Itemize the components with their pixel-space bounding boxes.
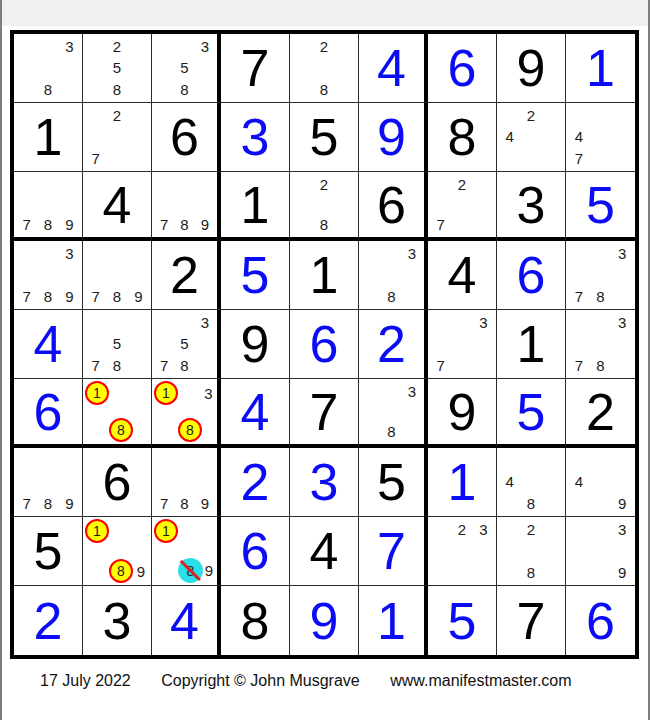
cell-r6c2[interactable]: 18	[83, 379, 152, 448]
candidate-7: 7	[91, 151, 99, 166]
cell-r5c3[interactable]: 3578	[152, 310, 221, 379]
candidate-5: 5	[180, 60, 188, 75]
solved-digit: 6	[586, 595, 615, 647]
sudoku-board: 3825835872846911276359824477894789128627…	[10, 30, 639, 659]
candidate-3: 3	[201, 39, 209, 54]
given-digit: 1	[34, 111, 63, 163]
candidate-3: 3	[479, 315, 487, 330]
solved-digit: 2	[377, 318, 406, 370]
cell-r6c6[interactable]: 38	[359, 379, 428, 448]
candidate-4: 4	[575, 474, 583, 489]
cell-r8c9[interactable]: 39	[566, 517, 635, 586]
solved-digit: 1	[586, 42, 615, 94]
candidate-7: 7	[22, 496, 30, 511]
cell-r9c1[interactable]: 2	[14, 586, 83, 655]
candidate-8: 8	[44, 217, 52, 232]
solved-digit: 4	[34, 318, 63, 370]
solved-digit: 3	[310, 456, 339, 508]
given-digit: 8	[448, 111, 477, 163]
solved-digit: 9	[377, 111, 406, 163]
solved-digit: 6	[517, 249, 546, 301]
cell-r6c4[interactable]: 4	[221, 379, 290, 448]
cell-r8c4[interactable]: 6	[221, 517, 290, 586]
candidate-7: 7	[436, 217, 444, 232]
cell-r2c8[interactable]: 24	[497, 103, 566, 172]
given-digit: 6	[377, 179, 406, 231]
candidate-9: 9	[137, 564, 145, 579]
solved-digit: 6	[448, 42, 477, 94]
cell-r3c3[interactable]: 789	[152, 172, 221, 241]
cell-r7c1[interactable]: 789	[14, 448, 83, 517]
candidate-8: 8	[180, 217, 188, 232]
given-digit: 9	[448, 386, 477, 438]
candidate-9: 9	[65, 289, 73, 304]
cell-r1c1[interactable]: 38	[14, 34, 83, 103]
footer: 17 July 2022 Copyright © John Musgrave w…	[40, 672, 598, 690]
cell-r5c4[interactable]: 9	[221, 310, 290, 379]
cell-r6c8[interactable]: 5	[497, 379, 566, 448]
candidate-5: 5	[113, 336, 121, 351]
given-digit: 2	[586, 386, 615, 438]
candidate-8: 8	[180, 496, 188, 511]
given-digit: 1	[310, 249, 339, 301]
cell-r2c5[interactable]: 5	[290, 103, 359, 172]
candidate-7: 7	[160, 358, 168, 373]
given-digit: 5	[377, 456, 406, 508]
cell-r1c6[interactable]: 4	[359, 34, 428, 103]
candidate-8: 8	[387, 289, 395, 304]
candidate-9: 9	[205, 563, 213, 578]
cell-r5c8[interactable]: 1	[497, 310, 566, 379]
cell-r4c3[interactable]: 2	[152, 241, 221, 310]
candidate-9: 9	[65, 496, 73, 511]
candidate-9: 9	[134, 289, 142, 304]
cell-r3c4[interactable]: 1	[221, 172, 290, 241]
candidate-1-circled: 1	[154, 381, 178, 405]
solved-digit: 2	[34, 595, 63, 647]
given-digit: 5	[310, 111, 339, 163]
given-digit: 5	[34, 525, 63, 577]
solved-digit: 5	[586, 179, 615, 231]
cell-r3c1[interactable]: 789	[14, 172, 83, 241]
candidate-7: 7	[575, 289, 583, 304]
given-digit: 3	[103, 595, 132, 647]
given-digit: 1	[517, 318, 546, 370]
cell-r4c6[interactable]: 38	[359, 241, 428, 310]
cell-r5c2[interactable]: 578	[83, 310, 152, 379]
cell-r2c7[interactable]: 8	[428, 103, 497, 172]
candidate-8: 8	[113, 82, 121, 97]
cell-r9c3[interactable]: 4	[152, 586, 221, 655]
cell-r7c3[interactable]: 789	[152, 448, 221, 517]
cell-r2c6[interactable]: 9	[359, 103, 428, 172]
cell-r9c6[interactable]: 1	[359, 586, 428, 655]
candidate-7: 7	[160, 496, 168, 511]
candidate-7: 7	[575, 151, 583, 166]
candidate-2: 2	[320, 177, 328, 192]
candidate-3: 3	[408, 384, 416, 399]
candidate-9: 9	[201, 217, 209, 232]
cell-r2c3[interactable]: 6	[152, 103, 221, 172]
cell-r4c8[interactable]: 6	[497, 241, 566, 310]
candidate-2: 2	[458, 522, 466, 537]
solved-digit: 3	[241, 111, 270, 163]
candidate-9: 9	[618, 565, 626, 580]
cell-r3c6[interactable]: 6	[359, 172, 428, 241]
solved-digit: 1	[377, 595, 406, 647]
given-digit: 6	[170, 111, 199, 163]
cell-r5c5[interactable]: 6	[290, 310, 359, 379]
cell-r3c2[interactable]: 4	[83, 172, 152, 241]
cell-r6c3[interactable]: 138	[152, 379, 221, 448]
cell-r1c2[interactable]: 258	[83, 34, 152, 103]
cell-r2c1[interactable]: 1	[14, 103, 83, 172]
given-digit: 4	[310, 525, 339, 577]
given-digit: 8	[241, 595, 270, 647]
candidate-7: 7	[22, 217, 30, 232]
candidate-3: 3	[408, 246, 416, 261]
cell-r6c7[interactable]: 9	[428, 379, 497, 448]
cell-r8c5[interactable]: 4	[290, 517, 359, 586]
candidate-7: 7	[160, 217, 168, 232]
candidate-2: 2	[527, 108, 535, 123]
solved-digit: 9	[310, 595, 339, 647]
candidate-3: 3	[204, 386, 212, 401]
candidate-1-circled: 1	[85, 519, 109, 543]
candidate-3: 3	[65, 39, 73, 54]
candidate-8: 8	[387, 424, 395, 439]
candidate-4: 4	[505, 474, 513, 489]
solved-digit: 1	[448, 456, 477, 508]
candidate-9: 9	[618, 496, 626, 511]
candidate-8: 8	[180, 82, 188, 97]
cell-r7c7[interactable]: 1	[428, 448, 497, 517]
candidate-2: 2	[113, 108, 121, 123]
cell-r9c8[interactable]: 7	[497, 586, 566, 655]
candidate-2: 2	[113, 39, 121, 54]
cell-r4c1[interactable]: 3789	[14, 241, 83, 310]
candidate-1-circled: 1	[154, 519, 178, 543]
solved-digit: 7	[377, 525, 406, 577]
cell-r9c9[interactable]: 6	[566, 586, 635, 655]
candidate-3: 3	[479, 522, 487, 537]
candidate-8: 8	[320, 217, 328, 232]
cell-r8c6[interactable]: 7	[359, 517, 428, 586]
given-digit: 7	[241, 42, 270, 94]
footer-copyright: Copyright © John Musgrave	[161, 672, 360, 689]
candidate-8: 8	[527, 496, 535, 511]
cell-r1c4[interactable]: 7	[221, 34, 290, 103]
cell-r5c1[interactable]: 4	[14, 310, 83, 379]
cell-r6c9[interactable]: 2	[566, 379, 635, 448]
cell-r4c5[interactable]: 1	[290, 241, 359, 310]
cell-r7c2[interactable]: 6	[83, 448, 152, 517]
candidate-8-eliminated: 8	[178, 558, 203, 583]
cell-r8c3[interactable]: 189	[152, 517, 221, 586]
candidate-3: 3	[618, 522, 626, 537]
cell-r5c6[interactable]: 2	[359, 310, 428, 379]
footer-date: 17 July 2022	[40, 672, 131, 689]
candidate-8: 8	[44, 289, 52, 304]
solved-digit: 2	[241, 456, 270, 508]
cell-r9c5[interactable]: 9	[290, 586, 359, 655]
solved-digit: 6	[241, 525, 270, 577]
cell-r1c5[interactable]: 28	[290, 34, 359, 103]
candidate-2: 2	[527, 522, 535, 537]
candidate-3: 3	[618, 246, 626, 261]
candidate-8: 8	[596, 289, 604, 304]
page-top-strip	[0, 0, 650, 26]
candidate-7: 7	[436, 358, 444, 373]
solved-digit: 6	[310, 318, 339, 370]
cell-r1c3[interactable]: 358	[152, 34, 221, 103]
given-digit: 7	[517, 595, 546, 647]
cell-r7c8[interactable]: 48	[497, 448, 566, 517]
cell-r8c2[interactable]: 189	[83, 517, 152, 586]
candidate-8: 8	[113, 358, 121, 373]
cell-r7c9[interactable]: 49	[566, 448, 635, 517]
candidate-3: 3	[201, 315, 209, 330]
cell-r4c4[interactable]: 5	[221, 241, 290, 310]
cell-r9c2[interactable]: 3	[83, 586, 152, 655]
cell-r3c8[interactable]: 3	[497, 172, 566, 241]
candidate-7: 7	[575, 358, 583, 373]
given-digit: 4	[448, 249, 477, 301]
cell-r9c4[interactable]: 8	[221, 586, 290, 655]
given-digit: 4	[103, 179, 132, 231]
candidate-8: 8	[113, 289, 121, 304]
cell-r3c5[interactable]: 28	[290, 172, 359, 241]
cell-r6c5[interactable]: 7	[290, 379, 359, 448]
candidate-9: 9	[201, 496, 209, 511]
cell-r6c1[interactable]: 6	[14, 379, 83, 448]
cell-r4c7[interactable]: 4	[428, 241, 497, 310]
given-digit: 9	[517, 42, 546, 94]
page-left-edge	[0, 0, 2, 720]
cell-r1c7[interactable]: 6	[428, 34, 497, 103]
candidate-4: 4	[575, 129, 583, 144]
cell-r5c7[interactable]: 37	[428, 310, 497, 379]
cell-r2c9[interactable]: 47	[566, 103, 635, 172]
candidate-7: 7	[22, 289, 30, 304]
given-digit: 9	[241, 318, 270, 370]
solved-digit: 6	[34, 386, 63, 438]
cell-r7c4[interactable]: 2	[221, 448, 290, 517]
candidate-7: 7	[91, 289, 99, 304]
candidate-8: 8	[320, 82, 328, 97]
solved-digit: 4	[377, 42, 406, 94]
candidate-1-circled: 1	[85, 381, 109, 405]
cell-r5c9[interactable]: 378	[566, 310, 635, 379]
cell-r1c9[interactable]: 1	[566, 34, 635, 103]
solved-digit: 5	[448, 595, 477, 647]
candidate-7: 7	[91, 358, 99, 373]
solved-digit: 5	[241, 249, 270, 301]
given-digit: 2	[170, 249, 199, 301]
candidate-8: 8	[527, 565, 535, 580]
given-digit: 1	[241, 179, 270, 231]
footer-website: www.manifestmaster.com	[390, 672, 571, 689]
given-digit: 6	[103, 456, 132, 508]
solved-digit: 4	[241, 386, 270, 438]
candidate-8: 8	[44, 496, 52, 511]
given-digit: 7	[310, 386, 339, 438]
solved-digit: 4	[170, 595, 199, 647]
cell-r3c7[interactable]: 27	[428, 172, 497, 241]
candidate-9: 9	[65, 217, 73, 232]
candidate-8: 8	[180, 358, 188, 373]
candidate-8: 8	[44, 82, 52, 97]
cell-r2c4[interactable]: 3	[221, 103, 290, 172]
candidate-3: 3	[65, 246, 73, 261]
candidate-2: 2	[458, 177, 466, 192]
cell-r4c2[interactable]: 789	[83, 241, 152, 310]
cell-r7c5[interactable]: 3	[290, 448, 359, 517]
given-digit: 3	[517, 179, 546, 231]
candidate-8: 8	[596, 358, 604, 373]
candidate-2: 2	[320, 39, 328, 54]
cell-r7c6[interactable]: 5	[359, 448, 428, 517]
candidate-8-circled: 8	[178, 418, 202, 442]
cell-r8c8[interactable]: 28	[497, 517, 566, 586]
candidate-5: 5	[113, 60, 121, 75]
cell-r8c7[interactable]: 23	[428, 517, 497, 586]
solved-digit: 5	[517, 386, 546, 438]
cell-r8c1[interactable]: 5	[14, 517, 83, 586]
cell-r9c7[interactable]: 5	[428, 586, 497, 655]
cell-r4c9[interactable]: 378	[566, 241, 635, 310]
candidate-8-circled: 8	[109, 418, 133, 442]
candidate-5: 5	[180, 336, 188, 351]
candidate-3: 3	[618, 315, 626, 330]
cell-r3c9[interactable]: 5	[566, 172, 635, 241]
candidate-4: 4	[505, 129, 513, 144]
cell-r2c2[interactable]: 27	[83, 103, 152, 172]
cell-r1c8[interactable]: 9	[497, 34, 566, 103]
candidate-8-circled: 8	[109, 559, 133, 583]
